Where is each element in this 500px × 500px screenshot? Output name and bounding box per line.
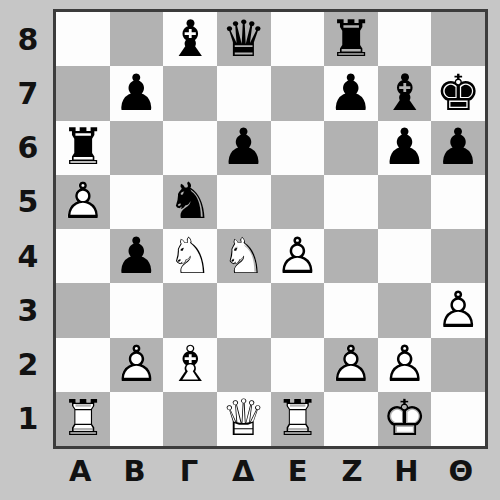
white-pawn-e4: ♟♙ (271, 229, 325, 283)
white-rook-e1: ♜♖ (271, 392, 325, 446)
rank-label-7: 7 (10, 66, 46, 120)
square-f2[interactable]: ♟♙ (324, 338, 378, 392)
file-label-epsilon: Ε (271, 448, 325, 494)
square-e2[interactable] (271, 338, 325, 392)
square-c3[interactable] (163, 283, 217, 337)
square-a8[interactable] (56, 12, 110, 66)
square-a3[interactable] (56, 283, 110, 337)
file-label-delta: Δ (216, 448, 270, 494)
black-king-h7: ♚ (431, 66, 485, 120)
square-c4[interactable]: ♞♘ (163, 229, 217, 283)
black-bishop-g7: ♝ (378, 66, 432, 120)
square-g8[interactable] (378, 12, 432, 66)
square-g3[interactable] (378, 283, 432, 337)
rank-label-4: 4 (10, 229, 46, 283)
square-e6[interactable] (271, 121, 325, 175)
file-label-beta: Β (107, 448, 161, 494)
white-knight-d4: ♞♘ (217, 229, 271, 283)
square-e1[interactable]: ♜♖ (271, 392, 325, 446)
square-f3[interactable] (324, 283, 378, 337)
square-b7[interactable]: ♟ (110, 66, 164, 120)
square-g6[interactable]: ♟ (378, 121, 432, 175)
square-b6[interactable] (110, 121, 164, 175)
white-pawn-h3: ♟♙ (431, 283, 485, 337)
square-e4[interactable]: ♟♙ (271, 229, 325, 283)
black-knight-c5: ♞ (163, 175, 217, 229)
square-h6[interactable]: ♟ (431, 121, 485, 175)
square-f7[interactable]: ♟ (324, 66, 378, 120)
square-e5[interactable] (271, 175, 325, 229)
white-pawn-b2: ♟♙ (110, 338, 164, 392)
square-h7[interactable]: ♚ (431, 66, 485, 120)
black-rook-a6: ♜ (56, 121, 110, 175)
square-e7[interactable] (271, 66, 325, 120)
square-d6[interactable]: ♟ (217, 121, 271, 175)
file-label-alpha: Α (53, 448, 107, 494)
square-a6[interactable]: ♜ (56, 121, 110, 175)
black-pawn-f7: ♟ (324, 66, 378, 120)
square-d5[interactable] (217, 175, 271, 229)
white-pawn-a5: ♟♙ (56, 175, 110, 229)
square-a7[interactable] (56, 66, 110, 120)
square-d8[interactable]: ♛ (217, 12, 271, 66)
rank-label-2: 2 (10, 338, 46, 392)
black-pawn-h6: ♟ (431, 121, 485, 175)
black-pawn-g6: ♟ (378, 121, 432, 175)
square-d1[interactable]: ♛♕ (217, 392, 271, 446)
black-rook-f8: ♜ (324, 12, 378, 66)
rank-label-8: 8 (10, 12, 46, 66)
rank-label-1: 1 (10, 392, 46, 446)
rank-labels: 8 7 6 5 4 3 2 1 (10, 12, 46, 446)
square-e3[interactable] (271, 283, 325, 337)
square-b8[interactable] (110, 12, 164, 66)
square-a4[interactable] (56, 229, 110, 283)
square-b2[interactable]: ♟♙ (110, 338, 164, 392)
square-b5[interactable] (110, 175, 164, 229)
file-label-gamma: Γ (162, 448, 216, 494)
white-queen-d1: ♛♕ (217, 392, 271, 446)
square-g5[interactable] (378, 175, 432, 229)
square-c5[interactable]: ♞ (163, 175, 217, 229)
square-c1[interactable] (163, 392, 217, 446)
white-rook-a1: ♜♖ (56, 392, 110, 446)
black-pawn-b4: ♟ (110, 229, 164, 283)
square-h4[interactable] (431, 229, 485, 283)
file-labels: Α Β Γ Δ Ε Ζ Η Θ (53, 448, 488, 494)
square-c8[interactable]: ♝ (163, 12, 217, 66)
square-h3[interactable]: ♟♙ (431, 283, 485, 337)
square-h8[interactable] (431, 12, 485, 66)
white-pawn-g2: ♟♙ (378, 338, 432, 392)
white-pawn-f2: ♟♙ (324, 338, 378, 392)
square-b1[interactable] (110, 392, 164, 446)
square-g1[interactable]: ♚♔ (378, 392, 432, 446)
rank-label-6: 6 (10, 121, 46, 175)
white-bishop-c2: ♝♗ (163, 338, 217, 392)
square-a2[interactable] (56, 338, 110, 392)
file-label-eta: Η (379, 448, 433, 494)
rank-label-3: 3 (10, 283, 46, 337)
square-d2[interactable] (217, 338, 271, 392)
square-a1[interactable]: ♜♖ (56, 392, 110, 446)
white-knight-c4: ♞♘ (163, 229, 217, 283)
file-label-theta: Θ (434, 448, 488, 494)
square-h2[interactable] (431, 338, 485, 392)
square-h1[interactable] (431, 392, 485, 446)
black-queen-d8: ♛ (217, 12, 271, 66)
square-h5[interactable] (431, 175, 485, 229)
square-f5[interactable] (324, 175, 378, 229)
chess-diagram: 8 7 6 5 4 3 2 1 ♝♛♜♟♟♝♚♜♟♟♟♟♙♞♟♞♘♞♘♟♙♟♙♟… (0, 0, 500, 500)
square-f6[interactable] (324, 121, 378, 175)
square-c2[interactable]: ♝♗ (163, 338, 217, 392)
file-label-zeta: Ζ (325, 448, 379, 494)
square-c6[interactable] (163, 121, 217, 175)
square-g7[interactable]: ♝ (378, 66, 432, 120)
white-king-g1: ♚♔ (378, 392, 432, 446)
square-d4[interactable]: ♞♘ (217, 229, 271, 283)
square-b3[interactable] (110, 283, 164, 337)
black-bishop-c8: ♝ (163, 12, 217, 66)
square-f4[interactable] (324, 229, 378, 283)
black-pawn-b7: ♟ (110, 66, 164, 120)
square-g2[interactable]: ♟♙ (378, 338, 432, 392)
square-c7[interactable] (163, 66, 217, 120)
square-e8[interactable] (271, 12, 325, 66)
square-d3[interactable] (217, 283, 271, 337)
square-d7[interactable] (217, 66, 271, 120)
black-pawn-d6: ♟ (217, 121, 271, 175)
chess-board: ♝♛♜♟♟♝♚♜♟♟♟♟♙♞♟♞♘♞♘♟♙♟♙♟♙♝♗♟♙♟♙♜♖♛♕♜♖♚♔ (53, 9, 488, 449)
square-b4[interactable]: ♟ (110, 229, 164, 283)
square-g4[interactable] (378, 229, 432, 283)
square-f1[interactable] (324, 392, 378, 446)
square-a5[interactable]: ♟♙ (56, 175, 110, 229)
square-f8[interactable]: ♜ (324, 12, 378, 66)
rank-label-5: 5 (10, 175, 46, 229)
